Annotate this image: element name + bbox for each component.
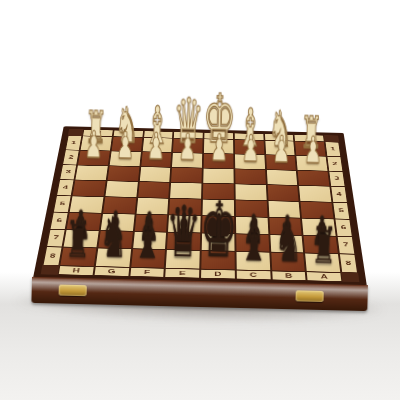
white-pawn[interactable]: ♟ [84, 127, 103, 164]
file-label-near-a: A [306, 272, 342, 282]
file-label-near-f: F [129, 267, 165, 277]
square-d8[interactable]: ♚ [200, 251, 235, 270]
rank-label-left-4: 4 [56, 180, 74, 196]
square-d2[interactable]: ♟ [203, 153, 234, 169]
file-label-near-h: H [58, 266, 95, 276]
rank-label-right-7: 7 [337, 236, 356, 254]
square-e2[interactable]: ♟ [171, 152, 203, 168]
square-g4[interactable] [104, 181, 138, 198]
white-pawn[interactable]: ♟ [303, 132, 322, 169]
white-pawn[interactable]: ♟ [241, 131, 260, 168]
square-h2[interactable]: ♟ [77, 150, 110, 165]
square-b4[interactable] [266, 185, 299, 202]
white-pawn[interactable]: ♟ [178, 129, 197, 166]
black-queen[interactable]: ♛ [165, 196, 201, 268]
black-king[interactable]: ♚ [199, 191, 239, 269]
frame-corner [41, 265, 60, 274]
frame-corner [341, 273, 359, 283]
rank-label-right-1: 1 [325, 142, 341, 157]
file-label-near-e: E [164, 268, 200, 278]
rank-label-right-8: 8 [339, 254, 358, 273]
square-f4[interactable] [137, 182, 171, 199]
square-b2[interactable]: ♟ [265, 155, 297, 171]
square-h8[interactable]: ♜ [59, 247, 97, 266]
square-c2[interactable]: ♟ [234, 154, 266, 170]
chess-set-photo: HGFEDCBA1♜♞♝♛♚♝♞♜12♟♟♟♟♟♟♟♟2334455667♟♟♟… [0, 0, 400, 400]
square-a4[interactable] [298, 186, 332, 203]
white-pawn[interactable]: ♟ [115, 128, 134, 165]
rank-label-left-7: 7 [46, 229, 66, 247]
white-pawn[interactable]: ♟ [209, 130, 228, 167]
square-a2[interactable]: ♟ [296, 155, 329, 171]
file-label-near-b: B [271, 271, 307, 281]
square-a3[interactable] [297, 170, 330, 186]
black-rook[interactable]: ♜ [311, 220, 337, 271]
black-knight[interactable]: ♞ [275, 213, 304, 270]
white-pawn[interactable]: ♟ [147, 128, 166, 165]
white-pawn[interactable]: ♟ [272, 131, 291, 168]
rank-label-right-6: 6 [334, 219, 352, 237]
square-g2[interactable]: ♟ [109, 151, 142, 166]
square-c8[interactable]: ♝ [235, 251, 271, 270]
square-h3[interactable] [74, 165, 108, 181]
square-f2[interactable]: ♟ [140, 152, 172, 168]
square-h4[interactable] [72, 180, 107, 197]
square-f3[interactable] [138, 166, 171, 182]
black-bishop[interactable]: ♝ [239, 209, 269, 269]
rank-label-right-3: 3 [328, 171, 345, 187]
square-e8[interactable]: ♛ [165, 250, 201, 269]
black-rook[interactable]: ♜ [65, 214, 91, 265]
rank-label-right-2: 2 [326, 156, 343, 171]
brass-clasp-right [296, 290, 324, 302]
board-tilt-wrapper: HGFEDCBA1♜♞♝♛♚♝♞♜12♟♟♟♟♟♟♟♟2334455667♟♟♟… [0, 0, 400, 400]
square-d3[interactable] [202, 168, 234, 184]
file-label-near-c: C [236, 270, 272, 280]
square-c4[interactable] [234, 184, 267, 201]
square-b3[interactable] [266, 169, 299, 185]
file-label-near-d: D [200, 269, 236, 279]
square-e3[interactable] [170, 167, 202, 183]
black-knight[interactable]: ♞ [99, 209, 128, 266]
square-b8[interactable]: ♞ [270, 252, 306, 271]
board: HGFEDCBA1♜♞♝♛♚♝♞♜12♟♟♟♟♟♟♟♟2334455667♟♟♟… [33, 126, 367, 286]
square-a8[interactable]: ♜ [304, 253, 341, 272]
black-bishop[interactable]: ♝ [133, 207, 163, 267]
rank-label-right-4: 4 [330, 186, 348, 202]
square-c3[interactable] [234, 169, 266, 185]
square-f8[interactable]: ♝ [130, 249, 166, 268]
square-g3[interactable] [106, 166, 140, 182]
file-label-near-g: G [93, 267, 130, 277]
square-g8[interactable]: ♞ [95, 248, 132, 267]
brass-clasp-left [58, 285, 86, 297]
board-scene: HGFEDCBA1♜♞♝♛♚♝♞♜12♟♟♟♟♟♟♟♟2334455667♟♟♟… [33, 0, 375, 286]
